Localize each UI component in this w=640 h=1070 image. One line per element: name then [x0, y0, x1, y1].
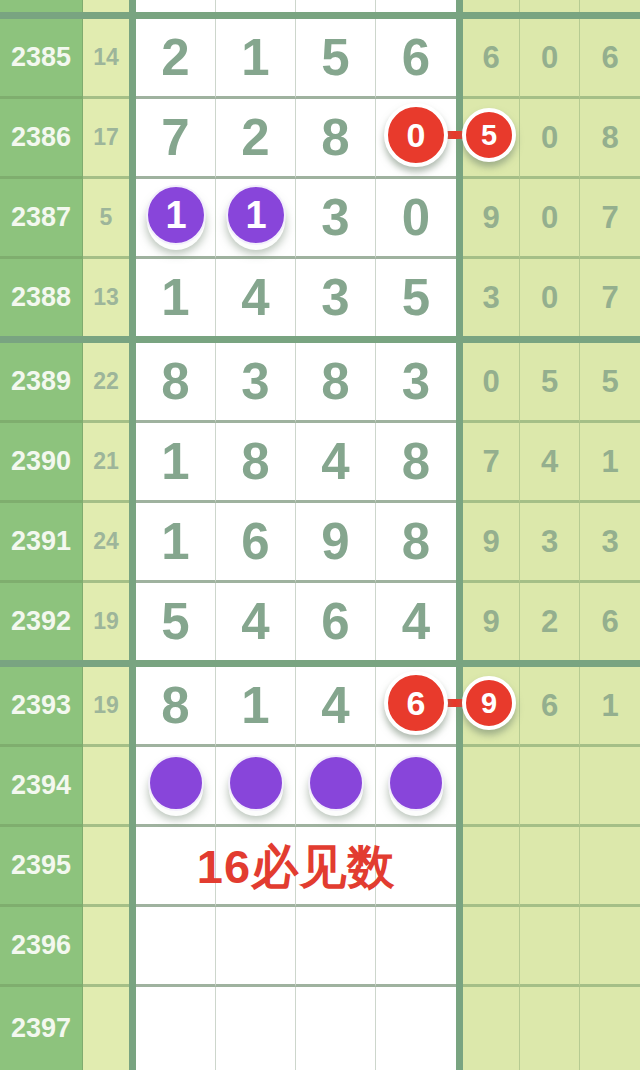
- group-divider: [0, 12, 640, 19]
- aux-digit-cell: [580, 827, 640, 907]
- main-digit-cell: 3: [216, 343, 296, 423]
- aux-digit-cell: 0: [520, 19, 580, 99]
- main-digit-cell: 3: [376, 343, 456, 423]
- partial-top-row: [0, 0, 640, 12]
- main-digit-cell: 4: [216, 259, 296, 336]
- main-digit-cell: 5: [376, 259, 456, 336]
- vertical-grid-border: [129, 987, 136, 1070]
- aux-digit-cell: 3: [520, 503, 580, 583]
- vertical-grid-border: [129, 503, 136, 583]
- aux-digit-cell: 6: [520, 667, 580, 747]
- main-digit-cell: 3: [296, 179, 376, 259]
- main-digit-cell: 9: [296, 503, 376, 583]
- table-row-2394: 2394: [0, 747, 640, 827]
- main-digit-cell: 5: [136, 583, 216, 660]
- red-circle-main: 0: [384, 103, 448, 167]
- purple-circle-marker: 1: [146, 185, 206, 245]
- table-row-2388: 2388131435307: [0, 259, 640, 336]
- aux-digit-cell: 9: [463, 583, 520, 660]
- main-digit-cell: 7: [136, 99, 216, 179]
- main-digit-cell: [216, 0, 296, 12]
- aux-digit-cell: [520, 747, 580, 827]
- aux-digit-cell: [520, 907, 580, 987]
- main-digit-cell: 8: [296, 343, 376, 423]
- aux-digit-cell: 9: [463, 503, 520, 583]
- main-digit-cell: [296, 987, 376, 1070]
- sum-cell: [83, 0, 129, 12]
- vertical-grid-border: [456, 0, 463, 12]
- sum-cell: 17: [83, 99, 129, 179]
- period-cell: [0, 0, 83, 12]
- purple-dot-marker: [388, 755, 444, 811]
- aux-digit-cell: 5: [580, 343, 640, 423]
- vertical-grid-border: [456, 503, 463, 583]
- aux-digit-cell: [463, 987, 520, 1070]
- table-row-2389: 2389228383055: [0, 343, 640, 423]
- sum-cell: [83, 827, 129, 907]
- vertical-grid-border: [456, 747, 463, 827]
- vertical-grid-border: [129, 583, 136, 660]
- vertical-grid-border: [129, 747, 136, 827]
- aux-digit-cell: 3: [580, 503, 640, 583]
- main-digit-cell: 2: [216, 99, 296, 179]
- main-digit-cell: [216, 987, 296, 1070]
- main-digit-cell: 1: [216, 667, 296, 747]
- group-divider: [0, 336, 640, 343]
- aux-digit-cell: 0: [463, 343, 520, 423]
- table-row-2397: 2397: [0, 987, 640, 1070]
- red-circle-main: 6: [384, 671, 448, 735]
- aux-digit-cell: 7: [580, 259, 640, 336]
- main-digit-cell: 3: [296, 259, 376, 336]
- period-cell: 2392: [0, 583, 83, 660]
- annotation-text: 16必见数: [136, 827, 456, 907]
- aux-digit-cell: 9: [463, 179, 520, 259]
- aux-digit-cell: [520, 827, 580, 907]
- aux-digit-cell: [580, 747, 640, 827]
- main-digit-cell: 6: [296, 583, 376, 660]
- aux-digit-cell: 3: [463, 259, 520, 336]
- vertical-grid-border: [456, 423, 463, 503]
- sum-cell: 19: [83, 667, 129, 747]
- main-digit-cell: [296, 0, 376, 12]
- main-digit-cell: 4: [216, 583, 296, 660]
- sum-cell: 13: [83, 259, 129, 336]
- aux-digit-cell: 7: [580, 179, 640, 259]
- aux-digit-cell: 5: [520, 343, 580, 423]
- sum-cell: 5: [83, 179, 129, 259]
- vertical-grid-border: [456, 343, 463, 423]
- aux-digit-cell: [520, 0, 580, 12]
- purple-dot-marker: [228, 755, 284, 811]
- vertical-grid-border: [456, 907, 463, 987]
- vertical-grid-border: [129, 827, 136, 907]
- main-digit-cell: [376, 987, 456, 1070]
- sum-cell: 22: [83, 343, 129, 423]
- red-circle-aux: 9: [462, 676, 516, 730]
- main-digit-cell: 8: [136, 667, 216, 747]
- table-row-2385: 2385142156606: [0, 19, 640, 99]
- vertical-grid-border: [129, 259, 136, 336]
- table-row-2392: 2392195464926: [0, 583, 640, 660]
- period-cell: 2394: [0, 747, 83, 827]
- main-digit-cell: 1: [136, 423, 216, 503]
- aux-digit-cell: [463, 827, 520, 907]
- sum-cell: [83, 747, 129, 827]
- main-digit-cell: 4: [296, 423, 376, 503]
- vertical-grid-border: [456, 259, 463, 336]
- period-cell: 2393: [0, 667, 83, 747]
- period-cell: 2391: [0, 503, 83, 583]
- vertical-grid-border: [456, 179, 463, 259]
- main-digit-cell: 6: [376, 19, 456, 99]
- main-digit-cell: [216, 907, 296, 987]
- purple-dot-marker: [148, 755, 204, 811]
- table-row-2396: 2396: [0, 907, 640, 987]
- period-cell: 2390: [0, 423, 83, 503]
- vertical-grid-border: [456, 19, 463, 99]
- aux-digit-cell: 7: [463, 423, 520, 503]
- aux-digit-cell: [463, 0, 520, 12]
- main-digit-cell: 8: [216, 423, 296, 503]
- sum-cell: [83, 987, 129, 1070]
- aux-digit-cell: 0: [520, 259, 580, 336]
- table-row-2390: 2390211848741: [0, 423, 640, 503]
- table-row-2386: 2386177280805: [0, 99, 640, 179]
- sum-cell: 14: [83, 19, 129, 99]
- vertical-grid-border: [456, 583, 463, 660]
- vertical-grid-border: [129, 19, 136, 99]
- main-digit-cell: 8: [376, 503, 456, 583]
- main-digit-cell: 4: [376, 583, 456, 660]
- period-cell: 2397: [0, 987, 83, 1070]
- main-digit-cell: 4: [296, 667, 376, 747]
- purple-dot-marker: [308, 755, 364, 811]
- vertical-grid-border: [129, 907, 136, 987]
- aux-digit-cell: [520, 987, 580, 1070]
- aux-digit-cell: 0: [520, 179, 580, 259]
- main-digit-cell: [136, 907, 216, 987]
- main-digit-cell: [376, 0, 456, 12]
- aux-digit-cell: 8: [580, 99, 640, 179]
- lottery-trend-board: 2385142156606238617728080523875309071123…: [0, 0, 640, 1070]
- main-digit-cell: 1: [136, 503, 216, 583]
- aux-digit-cell: 6: [580, 19, 640, 99]
- aux-digit-cell: 1: [580, 667, 640, 747]
- sum-cell: [83, 907, 129, 987]
- group-divider: [0, 660, 640, 667]
- aux-digit-cell: 1: [580, 423, 640, 503]
- vertical-grid-border: [456, 987, 463, 1070]
- purple-circle-marker: 1: [226, 185, 286, 245]
- period-cell: 2387: [0, 179, 83, 259]
- vertical-grid-border: [456, 827, 463, 907]
- main-digit-cell: 0: [376, 179, 456, 259]
- aux-digit-cell: [463, 747, 520, 827]
- main-digit-cell: 8: [136, 343, 216, 423]
- period-cell: 2385: [0, 19, 83, 99]
- main-digit-cell: 8: [376, 423, 456, 503]
- aux-digit-cell: [463, 907, 520, 987]
- aux-digit-cell: 2: [520, 583, 580, 660]
- vertical-grid-border: [129, 179, 136, 259]
- period-cell: 2386: [0, 99, 83, 179]
- aux-digit-cell: 0: [520, 99, 580, 179]
- aux-digit-cell: 4: [520, 423, 580, 503]
- main-digit-cell: 5: [296, 19, 376, 99]
- main-digit-cell: 6: [216, 503, 296, 583]
- main-digit-cell: 2: [136, 19, 216, 99]
- main-digit-cell: 1: [216, 19, 296, 99]
- sum-cell: 21: [83, 423, 129, 503]
- red-circle-aux: 5: [462, 108, 516, 162]
- table-row-2387: 238753090711: [0, 179, 640, 259]
- vertical-grid-border: [129, 343, 136, 423]
- table-row-2393: 2393198146169: [0, 667, 640, 747]
- vertical-grid-border: [129, 667, 136, 747]
- period-cell: 2395: [0, 827, 83, 907]
- main-digit-cell: 1: [136, 259, 216, 336]
- vertical-grid-border: [129, 99, 136, 179]
- main-digit-cell: 8: [296, 99, 376, 179]
- main-digit-cell: [136, 987, 216, 1070]
- sum-cell: 19: [83, 583, 129, 660]
- aux-digit-cell: [580, 0, 640, 12]
- sum-cell: 24: [83, 503, 129, 583]
- table-row-2395: 239516必见数: [0, 827, 640, 907]
- period-cell: 2388: [0, 259, 83, 336]
- aux-digit-cell: [580, 987, 640, 1070]
- main-digit-cell: [136, 0, 216, 12]
- aux-digit-cell: [580, 907, 640, 987]
- table-row-2391: 2391241698933: [0, 503, 640, 583]
- period-cell: 2389: [0, 343, 83, 423]
- main-digit-cell: [376, 907, 456, 987]
- vertical-grid-border: [129, 0, 136, 12]
- period-cell: 2396: [0, 907, 83, 987]
- vertical-grid-border: [129, 423, 136, 503]
- main-digit-cell: [296, 907, 376, 987]
- aux-digit-cell: 6: [580, 583, 640, 660]
- aux-digit-cell: 6: [463, 19, 520, 99]
